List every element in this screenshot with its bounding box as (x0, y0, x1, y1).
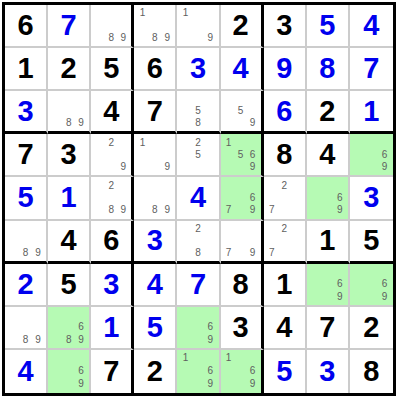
cell-r9c6[interactable]: 169 (221, 350, 264, 393)
candidate-digit: 9 (161, 161, 173, 173)
cell-r1c8[interactable]: 5 (307, 5, 350, 48)
candidate-digit: 9 (204, 334, 216, 346)
candidate-digit: 1 (179, 7, 191, 19)
given-digit: 1 (319, 226, 335, 255)
cell-r3c9[interactable]: 1 (350, 91, 393, 134)
cell-r2c1[interactable]: 1 (5, 48, 48, 91)
cell-r3c2[interactable]: 89 (48, 91, 91, 134)
solved-digit: 5 (319, 11, 335, 40)
cell-r8c1[interactable]: 89 (5, 307, 48, 350)
solved-digit: 3 (147, 226, 163, 255)
candidate-digit: 1 (223, 352, 235, 365)
candidate-digit: 7 (223, 204, 235, 216)
cell-r6c9[interactable]: 5 (350, 221, 393, 264)
cell-r7c6[interactable]: 8 (221, 264, 264, 307)
cell-r6c7[interactable]: 27 (264, 221, 307, 264)
candidate-grid: 189 (136, 7, 173, 44)
cell-r2c3[interactable]: 5 (91, 48, 134, 91)
candidate-digit: 6 (334, 278, 346, 290)
candidate-digit: 9 (75, 334, 87, 346)
cell-r9c9[interactable]: 8 (350, 350, 393, 393)
candidate-digit: 8 (149, 204, 161, 216)
candidate-digit: 6 (378, 149, 391, 161)
candidate-digit: 7 (266, 247, 278, 259)
cell-r8c4[interactable]: 5 (134, 307, 177, 350)
candidate-grid: 289 (93, 179, 129, 216)
candidate-digit: 8 (19, 334, 31, 346)
cell-r8c5[interactable]: 69 (177, 307, 220, 350)
cell-r3c6[interactable]: 59 (221, 91, 264, 134)
candidate-digit: 9 (117, 32, 129, 44)
candidate-digit: 6 (247, 365, 259, 378)
candidate-digit: 7 (223, 247, 235, 259)
cell-r1c2[interactable]: 7 (48, 5, 91, 48)
cell-r9c3[interactable]: 7 (91, 350, 134, 393)
solved-digit: 6 (276, 97, 292, 126)
cell-r2c6[interactable]: 4 (221, 48, 264, 91)
candidate-digit: 8 (149, 32, 161, 44)
given-digit: 7 (17, 140, 33, 169)
cell-r7c8[interactable]: 69 (307, 264, 350, 307)
cell-r3c7[interactable]: 6 (264, 91, 307, 134)
candidate-grid: 69 (352, 136, 391, 173)
solved-digit: 7 (61, 11, 77, 40)
cell-r2c9[interactable]: 7 (350, 48, 393, 91)
given-digit: 7 (319, 313, 335, 342)
cell-r1c4[interactable]: 189 (134, 5, 177, 48)
candidate-digit: 9 (247, 204, 259, 216)
cell-r4c3[interactable]: 29 (91, 134, 134, 177)
cell-r1c9[interactable]: 4 (350, 5, 393, 48)
cell-r1c7[interactable]: 3 (264, 5, 307, 48)
given-digit: 3 (233, 313, 249, 342)
cell-r7c4[interactable]: 4 (134, 264, 177, 307)
candidate-grid: 69 (309, 266, 346, 303)
cell-r8c3[interactable]: 1 (91, 307, 134, 350)
candidate-digit: 8 (192, 117, 204, 129)
solved-digit: 2 (17, 270, 33, 299)
cell-r9c1[interactable]: 4 (5, 350, 48, 393)
candidate-grid: 28 (179, 223, 216, 259)
solved-digit: 3 (103, 270, 119, 299)
candidate-grid: 27 (266, 179, 303, 216)
candidate-digit: 2 (192, 136, 204, 148)
candidate-digit: 7 (266, 204, 278, 216)
candidate-grid: 89 (136, 179, 173, 216)
given-digit: 1 (276, 270, 292, 299)
candidate-grid: 89 (7, 309, 44, 346)
candidate-digit: 6 (247, 149, 259, 161)
candidate-digit: 5 (235, 149, 247, 161)
cell-r2c4[interactable]: 6 (134, 48, 177, 91)
cell-r7c7[interactable]: 1 (264, 264, 307, 307)
candidate-digit: 2 (278, 223, 290, 235)
cell-r3c1[interactable]: 3 (5, 91, 48, 134)
solved-digit: 4 (363, 11, 379, 40)
given-digit: 8 (233, 270, 249, 299)
candidate-grid: 29 (93, 136, 129, 173)
solved-digit: 5 (276, 357, 292, 386)
given-digit: 8 (363, 357, 379, 386)
candidate-digit: 9 (161, 204, 173, 216)
solved-digit: 1 (61, 183, 77, 212)
given-digit: 3 (276, 11, 292, 40)
given-digit: 7 (103, 357, 119, 386)
given-digit: 6 (103, 226, 119, 255)
candidate-digit: 9 (204, 378, 216, 391)
candidate-grid: 69 (179, 309, 216, 346)
cell-r1c1[interactable]: 6 (5, 5, 48, 48)
cell-r6c3[interactable]: 6 (91, 221, 134, 264)
candidate-grid: 59 (223, 93, 259, 129)
solved-digit: 1 (103, 313, 119, 342)
candidate-digit: 9 (75, 378, 87, 391)
cell-r4c1[interactable]: 7 (5, 134, 48, 177)
candidate-digit: 6 (75, 365, 87, 378)
cell-r5c6[interactable]: 679 (221, 177, 264, 220)
candidate-digit: 9 (334, 204, 346, 216)
cell-r8c7[interactable]: 4 (264, 307, 307, 350)
solved-digit: 7 (190, 270, 206, 299)
candidate-grid: 89 (93, 7, 129, 44)
cell-r4c5[interactable]: 25 (177, 134, 220, 177)
candidate-digit: 9 (204, 32, 216, 44)
cell-r5c9[interactable]: 3 (350, 177, 393, 220)
candidate-digit: 9 (247, 378, 259, 391)
cell-r2c2[interactable]: 2 (48, 48, 91, 91)
cell-r6c5[interactable]: 28 (177, 221, 220, 264)
candidate-digit: 9 (32, 334, 44, 346)
cell-r7c1[interactable]: 2 (5, 264, 48, 307)
cell-r1c6[interactable]: 2 (221, 5, 264, 48)
solved-digit: 3 (363, 183, 379, 212)
candidate-digit: 9 (117, 161, 129, 173)
candidate-digit: 8 (192, 247, 204, 259)
cell-r1c5[interactable]: 19 (177, 5, 220, 48)
candidate-digit: 1 (179, 352, 191, 365)
cell-r5c2[interactable]: 1 (48, 177, 91, 220)
given-digit: 3 (61, 140, 77, 169)
candidate-grid: 19 (179, 7, 216, 44)
cell-r5c1[interactable]: 5 (5, 177, 48, 220)
candidate-digit: 5 (192, 105, 204, 117)
candidate-digit: 6 (334, 192, 346, 204)
candidate-digit: 5 (235, 105, 247, 117)
candidate-digit: 6 (247, 192, 259, 204)
candidate-digit: 6 (75, 321, 87, 333)
solved-digit: 3 (319, 357, 335, 386)
cell-r5c4[interactable]: 89 (134, 177, 177, 220)
candidate-digit: 1 (136, 7, 148, 19)
candidate-digit: 2 (105, 136, 117, 148)
candidate-grid: 79 (223, 223, 259, 259)
given-digit: 2 (363, 313, 379, 342)
given-digit: 1 (17, 54, 33, 83)
given-digit: 4 (319, 140, 335, 169)
candidate-digit: 9 (161, 32, 173, 44)
cell-r9c5[interactable]: 169 (177, 350, 220, 393)
candidate-digit: 2 (192, 223, 204, 235)
candidate-digit: 8 (62, 334, 74, 346)
candidate-digit: 1 (136, 136, 148, 148)
cell-r7c3[interactable]: 3 (91, 264, 134, 307)
candidate-digit: 5 (192, 149, 204, 161)
candidate-grid: 58 (179, 93, 216, 129)
candidate-digit: 6 (204, 365, 216, 378)
candidate-grid: 69 (50, 352, 87, 391)
cell-r5c3[interactable]: 289 (91, 177, 134, 220)
candidate-grid: 69 (352, 266, 391, 303)
solved-digit: 3 (17, 97, 33, 126)
cell-r3c8[interactable]: 2 (307, 91, 350, 134)
cell-r7c5[interactable]: 7 (177, 264, 220, 307)
candidate-digit: 8 (19, 247, 31, 259)
cell-r5c7[interactable]: 27 (264, 177, 307, 220)
cell-r8c2[interactable]: 689 (48, 307, 91, 350)
cell-r4c6[interactable]: 1569 (221, 134, 264, 177)
cell-r3c5[interactable]: 58 (177, 91, 220, 134)
given-digit: 4 (61, 226, 77, 255)
candidate-digit: 9 (117, 204, 129, 216)
candidate-digit: 8 (105, 204, 117, 216)
candidate-digit: 9 (378, 161, 391, 173)
solved-digit: 7 (363, 54, 379, 83)
solved-digit: 4 (233, 54, 249, 83)
cell-r7c2[interactable]: 5 (48, 264, 91, 307)
candidate-digit: 2 (105, 179, 117, 191)
cell-r6c2[interactable]: 4 (48, 221, 91, 264)
candidate-grid: 89 (50, 93, 87, 129)
given-digit: 5 (363, 226, 379, 255)
given-digit: 4 (276, 313, 292, 342)
given-digit: 5 (103, 54, 119, 83)
cell-r3c4[interactable]: 7 (134, 91, 177, 134)
candidate-grid: 169 (179, 352, 216, 391)
given-digit: 4 (103, 97, 119, 126)
candidate-digit: 9 (32, 247, 44, 259)
cell-r6c8[interactable]: 1 (307, 221, 350, 264)
cell-r5c5[interactable]: 4 (177, 177, 220, 220)
candidate-grid: 69 (309, 179, 346, 216)
candidate-digit: 9 (247, 161, 259, 173)
solved-digit: 5 (17, 183, 33, 212)
candidate-grid: 89 (7, 223, 44, 259)
cell-r4c4[interactable]: 19 (134, 134, 177, 177)
candidate-grid: 169 (223, 352, 259, 391)
given-digit: 8 (276, 140, 292, 169)
cell-r4c8[interactable]: 4 (307, 134, 350, 177)
candidate-digit: 9 (247, 117, 259, 129)
given-digit: 2 (319, 97, 335, 126)
solved-digit: 8 (319, 54, 335, 83)
cell-r6c1[interactable]: 89 (5, 221, 48, 264)
cell-r4c7[interactable]: 8 (264, 134, 307, 177)
cell-r8c8[interactable]: 7 (307, 307, 350, 350)
solved-digit: 4 (190, 183, 206, 212)
sudoku-board: 6789189192354125634987389475859621732919… (2, 2, 396, 396)
solved-digit: 1 (363, 97, 379, 126)
cell-r8c6[interactable]: 3 (221, 307, 264, 350)
given-digit: 2 (147, 357, 163, 386)
solved-digit: 4 (17, 357, 33, 386)
cell-r3c3[interactable]: 4 (91, 91, 134, 134)
cell-r4c9[interactable]: 69 (350, 134, 393, 177)
candidate-digit: 1 (223, 136, 235, 148)
candidate-digit: 9 (334, 290, 346, 302)
candidate-digit: 6 (204, 321, 216, 333)
candidate-digit: 8 (62, 117, 74, 129)
solved-digit: 3 (190, 54, 206, 83)
given-digit: 5 (61, 270, 77, 299)
cell-r6c6[interactable]: 79 (221, 221, 264, 264)
given-digit: 6 (17, 11, 33, 40)
cell-r9c7[interactable]: 5 (264, 350, 307, 393)
candidate-grid: 25 (179, 136, 216, 173)
given-digit: 2 (233, 11, 249, 40)
given-digit: 7 (147, 97, 163, 126)
given-digit: 6 (147, 54, 163, 83)
cell-r4c2[interactable]: 3 (48, 134, 91, 177)
candidate-grid: 1569 (223, 136, 259, 173)
candidate-digit: 9 (247, 247, 259, 259)
cell-r7c9[interactable]: 69 (350, 264, 393, 307)
cell-r1c3[interactable]: 89 (91, 5, 134, 48)
candidate-digit: 9 (378, 290, 391, 302)
candidate-grid: 679 (223, 179, 259, 216)
solved-digit: 5 (147, 313, 163, 342)
cell-r9c2[interactable]: 69 (48, 350, 91, 393)
candidate-grid: 19 (136, 136, 173, 173)
cell-r5c8[interactable]: 69 (307, 177, 350, 220)
cell-r2c8[interactable]: 8 (307, 48, 350, 91)
candidate-digit: 8 (105, 32, 117, 44)
solved-digit: 4 (147, 270, 163, 299)
candidate-digit: 2 (278, 179, 290, 191)
cell-r2c5[interactable]: 3 (177, 48, 220, 91)
given-digit: 2 (61, 54, 77, 83)
cell-r2c7[interactable]: 9 (264, 48, 307, 91)
candidate-digit: 6 (378, 278, 391, 290)
solved-digit: 9 (276, 54, 292, 83)
candidate-grid: 27 (266, 223, 303, 259)
cell-r9c4[interactable]: 2 (134, 350, 177, 393)
cell-r6c4[interactable]: 3 (134, 221, 177, 264)
cell-r8c9[interactable]: 2 (350, 307, 393, 350)
cell-r9c8[interactable]: 3 (307, 350, 350, 393)
candidate-grid: 689 (50, 309, 87, 346)
candidate-digit: 9 (75, 117, 87, 129)
